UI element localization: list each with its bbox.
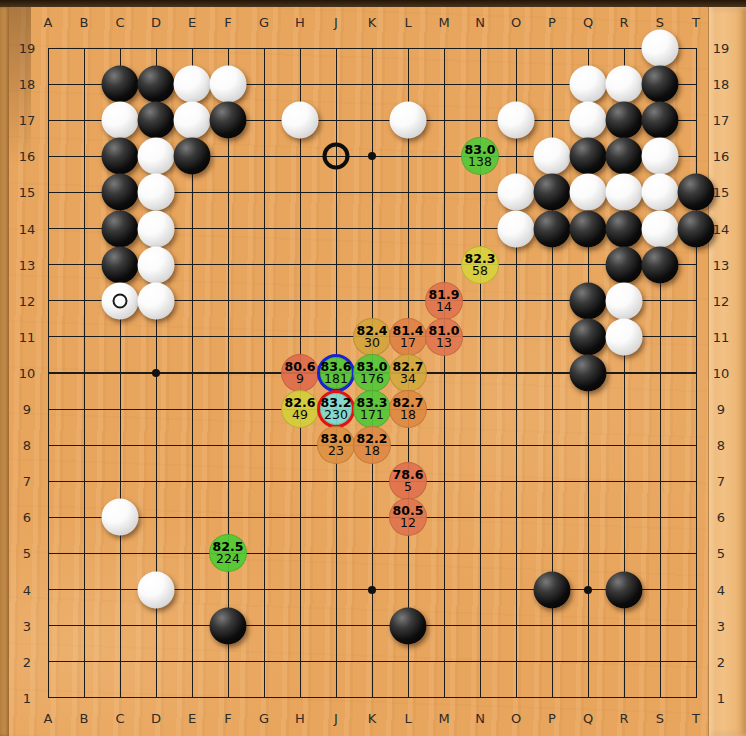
white-stone-F18[interactable] <box>210 66 247 103</box>
grid-line-horizontal <box>48 553 697 554</box>
row-label-left-1: 1 <box>23 691 31 704</box>
row-label-right-14: 14 <box>713 222 730 235</box>
analysis-move-F5[interactable]: 82.5224 <box>209 534 247 572</box>
analysis-visits-K10: 176 <box>360 373 384 385</box>
grid-line-vertical <box>696 48 697 699</box>
col-label-top-A: A <box>44 16 53 29</box>
row-label-left-19: 19 <box>19 42 36 55</box>
white-stone-R11[interactable] <box>606 318 643 355</box>
col-label-top-S: S <box>656 16 664 29</box>
col-label-top-B: B <box>80 16 89 29</box>
col-label-top-Q: Q <box>583 16 593 29</box>
analysis-move-J10[interactable]: 83.6181 <box>317 354 355 392</box>
analysis-visits-J9: 230 <box>324 409 348 421</box>
row-label-left-2: 2 <box>23 655 31 668</box>
row-label-left-5: 5 <box>23 547 31 560</box>
analysis-move-M11[interactable]: 81.013 <box>425 318 463 356</box>
analysis-move-N16[interactable]: 83.0138 <box>461 137 499 175</box>
analysis-move-H9[interactable]: 82.649 <box>281 390 319 428</box>
white-stone-D15[interactable] <box>138 174 175 211</box>
col-label-top-O: O <box>511 16 521 29</box>
analysis-move-H10[interactable]: 80.69 <box>281 354 319 392</box>
go-board[interactable]: AABBCCDDEEFFGGHHJJKKLLMMNNOOPPQQRRSSTT19… <box>0 0 746 736</box>
col-label-bottom-N: N <box>475 712 485 725</box>
analysis-move-K10[interactable]: 83.0176 <box>353 354 391 392</box>
analysis-move-J8[interactable]: 83.023 <box>317 426 355 464</box>
row-label-right-13: 13 <box>713 258 730 271</box>
col-label-bottom-A: A <box>44 712 53 725</box>
row-label-right-12: 12 <box>713 294 730 307</box>
row-label-left-10: 10 <box>19 366 36 379</box>
white-stone-Q18[interactable] <box>570 66 607 103</box>
grid-line-horizontal <box>48 697 697 698</box>
analysis-visits-L7: 5 <box>404 481 412 493</box>
row-label-right-16: 16 <box>713 150 730 163</box>
white-stone-O14[interactable] <box>498 210 535 247</box>
analysis-visits-J8: 23 <box>328 445 344 457</box>
col-label-top-M: M <box>438 16 449 29</box>
black-stone-Q11[interactable] <box>570 318 607 355</box>
row-label-right-6: 6 <box>717 511 725 524</box>
analysis-move-J9[interactable]: 83.2230 <box>317 390 355 428</box>
black-stone-C14[interactable] <box>102 210 139 247</box>
white-stone-S16[interactable] <box>642 138 679 175</box>
white-stone-R18[interactable] <box>606 66 643 103</box>
star-point-K4 <box>368 586 376 594</box>
col-label-bottom-L: L <box>404 712 411 725</box>
col-label-top-H: H <box>295 16 305 29</box>
black-stone-C13[interactable] <box>102 246 139 283</box>
col-label-top-D: D <box>151 16 161 29</box>
black-stone-D18[interactable] <box>138 66 175 103</box>
grid-line-horizontal <box>48 625 697 626</box>
black-stone-E16[interactable] <box>174 138 211 175</box>
row-label-right-19: 19 <box>713 42 730 55</box>
col-label-bottom-P: P <box>548 712 556 725</box>
black-stone-R13[interactable] <box>606 246 643 283</box>
white-stone-Q15[interactable] <box>570 174 607 211</box>
analysis-move-K9[interactable]: 83.3171 <box>353 390 391 428</box>
col-label-top-T: T <box>692 16 700 29</box>
black-stone-C15[interactable] <box>102 174 139 211</box>
white-stone-Q17[interactable] <box>570 102 607 139</box>
col-label-bottom-T: T <box>692 712 700 725</box>
row-label-right-11: 11 <box>713 330 730 343</box>
black-stone-R4[interactable] <box>606 571 643 608</box>
white-stone-D14[interactable] <box>138 210 175 247</box>
black-stone-T14[interactable] <box>678 210 715 247</box>
col-label-bottom-S: S <box>656 712 664 725</box>
col-label-bottom-O: O <box>511 712 521 725</box>
row-label-left-3: 3 <box>23 619 31 632</box>
analysis-move-K8[interactable]: 82.218 <box>353 426 391 464</box>
white-stone-D16[interactable] <box>138 138 175 175</box>
col-label-bottom-B: B <box>80 712 89 725</box>
black-stone-P4[interactable] <box>534 571 571 608</box>
black-stone-R14[interactable] <box>606 210 643 247</box>
col-label-top-C: C <box>115 16 124 29</box>
white-stone-C17[interactable] <box>102 102 139 139</box>
last-move-marker-C12 <box>113 293 128 308</box>
analysis-visits-N16: 138 <box>468 156 492 168</box>
row-label-right-10: 10 <box>713 366 730 379</box>
col-label-bottom-E: E <box>188 712 196 725</box>
white-stone-E17[interactable] <box>174 102 211 139</box>
star-point-D10 <box>152 369 160 377</box>
analysis-visits-M11: 13 <box>436 337 452 349</box>
next-move-ring-J16[interactable] <box>323 143 350 170</box>
black-stone-T15[interactable] <box>678 174 715 211</box>
col-label-bottom-R: R <box>619 712 628 725</box>
white-stone-R12[interactable] <box>606 282 643 319</box>
black-stone-R16[interactable] <box>606 138 643 175</box>
analysis-visits-K8: 18 <box>364 445 380 457</box>
analysis-visits-L9: 18 <box>400 409 416 421</box>
white-stone-D13[interactable] <box>138 246 175 283</box>
analysis-move-L10[interactable]: 82.734 <box>389 354 427 392</box>
grid-line-vertical <box>444 48 445 699</box>
white-stone-R15[interactable] <box>606 174 643 211</box>
row-label-right-17: 17 <box>713 114 730 127</box>
row-label-left-9: 9 <box>23 403 31 416</box>
row-label-left-14: 14 <box>19 222 36 235</box>
white-stone-O15[interactable] <box>498 174 535 211</box>
black-stone-L3[interactable] <box>390 607 427 644</box>
analysis-move-L11[interactable]: 81.417 <box>389 318 427 356</box>
analysis-visits-L6: 12 <box>400 517 416 529</box>
analysis-visits-F5: 224 <box>216 553 240 565</box>
white-stone-C6[interactable] <box>102 499 139 536</box>
black-stone-P14[interactable] <box>534 210 571 247</box>
black-stone-Q12[interactable] <box>570 282 607 319</box>
row-label-right-2: 2 <box>717 655 725 668</box>
col-label-bottom-J: J <box>334 712 338 725</box>
black-stone-S13[interactable] <box>642 246 679 283</box>
row-label-left-4: 4 <box>23 583 31 596</box>
row-label-left-17: 17 <box>19 114 36 127</box>
row-label-left-12: 12 <box>19 294 36 307</box>
col-label-top-P: P <box>548 16 556 29</box>
black-stone-P15[interactable] <box>534 174 571 211</box>
row-label-left-16: 16 <box>19 150 36 163</box>
white-stone-O17[interactable] <box>498 102 535 139</box>
black-stone-Q10[interactable] <box>570 354 607 391</box>
star-point-K16 <box>368 152 376 160</box>
col-label-top-K: K <box>368 16 377 29</box>
analysis-move-M12[interactable]: 81.914 <box>425 282 463 320</box>
grid-line-horizontal <box>48 661 697 662</box>
black-stone-F17[interactable] <box>210 102 247 139</box>
row-label-right-8: 8 <box>717 439 725 452</box>
black-stone-C16[interactable] <box>102 138 139 175</box>
col-label-bottom-F: F <box>224 712 231 725</box>
white-stone-P16[interactable] <box>534 138 571 175</box>
analysis-move-N13[interactable]: 82.358 <box>461 246 499 284</box>
white-stone-L17[interactable] <box>390 102 427 139</box>
black-stone-S18[interactable] <box>642 66 679 103</box>
grid-line-vertical <box>516 48 517 699</box>
row-label-left-13: 13 <box>19 258 36 271</box>
black-stone-F3[interactable] <box>210 607 247 644</box>
white-stone-S14[interactable] <box>642 210 679 247</box>
grid-line-horizontal <box>48 481 697 482</box>
row-label-left-7: 7 <box>23 475 31 488</box>
row-label-right-18: 18 <box>713 78 730 91</box>
col-label-bottom-Q: Q <box>583 712 593 725</box>
row-label-right-9: 9 <box>717 403 725 416</box>
black-stone-D17[interactable] <box>138 102 175 139</box>
white-stone-S15[interactable] <box>642 174 679 211</box>
analysis-move-L7[interactable]: 78.65 <box>389 462 427 500</box>
col-label-bottom-G: G <box>259 712 269 725</box>
analysis-visits-J10: 181 <box>324 373 348 385</box>
col-label-bottom-H: H <box>295 712 305 725</box>
black-stone-Q14[interactable] <box>570 210 607 247</box>
row-label-right-7: 7 <box>717 475 725 488</box>
row-label-left-18: 18 <box>19 78 36 91</box>
white-stone-H17[interactable] <box>282 102 319 139</box>
black-stone-R17[interactable] <box>606 102 643 139</box>
col-label-top-E: E <box>188 16 196 29</box>
row-label-left-6: 6 <box>23 511 31 524</box>
analysis-visits-K9: 171 <box>360 409 384 421</box>
white-stone-D4[interactable] <box>138 571 175 608</box>
col-label-top-F: F <box>224 16 231 29</box>
analysis-visits-L11: 17 <box>400 337 416 349</box>
star-point-Q4 <box>584 586 592 594</box>
row-label-right-1: 1 <box>717 691 725 704</box>
white-stone-S19[interactable] <box>642 30 679 67</box>
col-label-bottom-K: K <box>368 712 377 725</box>
black-stone-Q16[interactable] <box>570 138 607 175</box>
row-label-right-5: 5 <box>717 547 725 560</box>
black-stone-C18[interactable] <box>102 66 139 103</box>
analysis-visits-K11: 30 <box>364 337 380 349</box>
analysis-visits-H9: 49 <box>292 409 308 421</box>
analysis-move-L9[interactable]: 82.718 <box>389 390 427 428</box>
row-label-left-15: 15 <box>19 186 36 199</box>
col-label-bottom-D: D <box>151 712 161 725</box>
grid-line-horizontal <box>48 517 697 518</box>
col-label-bottom-M: M <box>438 712 449 725</box>
analysis-visits-N13: 58 <box>472 265 488 277</box>
white-stone-D12[interactable] <box>138 282 175 319</box>
analysis-visits-H10: 9 <box>296 373 304 385</box>
analysis-visits-M12: 14 <box>436 301 452 313</box>
col-label-top-G: G <box>259 16 269 29</box>
col-label-top-N: N <box>475 16 485 29</box>
board-edge-top <box>0 0 746 7</box>
col-label-top-R: R <box>619 16 628 29</box>
board-edge-left <box>0 7 9 736</box>
row-label-right-3: 3 <box>717 619 725 632</box>
col-label-top-L: L <box>404 16 411 29</box>
black-stone-S17[interactable] <box>642 102 679 139</box>
analysis-visits-L10: 34 <box>400 373 416 385</box>
analysis-move-L6[interactable]: 80.512 <box>389 498 427 536</box>
row-label-left-8: 8 <box>23 439 31 452</box>
white-stone-E18[interactable] <box>174 66 211 103</box>
row-label-right-15: 15 <box>713 186 730 199</box>
col-label-top-J: J <box>334 16 338 29</box>
analysis-move-K11[interactable]: 82.430 <box>353 318 391 356</box>
row-label-left-11: 11 <box>19 330 36 343</box>
row-label-right-4: 4 <box>717 583 725 596</box>
col-label-bottom-C: C <box>115 712 124 725</box>
